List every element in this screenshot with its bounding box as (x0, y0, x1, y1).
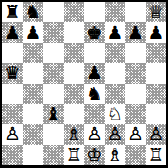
square-d1[interactable]: ♖ (64, 145, 85, 165)
square-e3[interactable] (84, 104, 105, 124)
piece-white-pawn[interactable]: ♙ (127, 125, 143, 143)
piece-white-rook[interactable]: ♖ (66, 145, 82, 163)
square-h6[interactable] (146, 43, 167, 63)
square-g2[interactable]: ♙ (125, 124, 146, 144)
square-b6[interactable] (23, 43, 44, 63)
square-f1[interactable]: ♗ (105, 145, 126, 165)
square-a3[interactable] (2, 104, 23, 124)
square-d8[interactable] (64, 2, 85, 22)
piece-white-queen[interactable]: ♕ (148, 3, 164, 21)
square-e8[interactable] (84, 2, 105, 22)
piece-white-bishop[interactable]: ♗ (107, 145, 123, 163)
square-d5[interactable] (64, 63, 85, 83)
piece-black-king[interactable]: ♚ (86, 23, 102, 41)
square-b8[interactable]: ♞ (23, 2, 44, 22)
square-h7[interactable]: ♟ (146, 22, 167, 42)
square-c6[interactable] (43, 43, 64, 63)
piece-white-pawn[interactable]: ♙ (4, 125, 20, 143)
square-h1[interactable]: ♖ (146, 145, 167, 165)
square-a6[interactable] (2, 43, 23, 63)
square-h5[interactable] (146, 63, 167, 83)
square-c1[interactable] (43, 145, 64, 165)
piece-white-king[interactable]: ♔ (86, 145, 102, 163)
piece-white-pawn[interactable]: ♙ (86, 125, 102, 143)
piece-black-bishop[interactable]: ♝ (45, 105, 61, 123)
square-g4[interactable] (125, 84, 146, 104)
square-a2[interactable]: ♙ (2, 124, 23, 144)
square-a8[interactable]: ♜ (2, 2, 23, 22)
square-h2[interactable]: ♙ (146, 124, 167, 144)
square-e4[interactable]: ♞ (84, 84, 105, 104)
square-f3[interactable]: ♘ (105, 104, 126, 124)
square-g6[interactable] (125, 43, 146, 63)
square-f5[interactable] (105, 63, 126, 83)
square-a1[interactable] (2, 145, 23, 165)
piece-white-rook[interactable]: ♖ (148, 145, 164, 163)
piece-black-pawn[interactable]: ♟ (25, 23, 41, 41)
square-e2[interactable]: ♙ (84, 124, 105, 144)
square-c3[interactable]: ♝ (43, 104, 64, 124)
piece-white-pawn[interactable]: ♙ (148, 125, 164, 143)
square-a4[interactable] (2, 84, 23, 104)
piece-black-knight[interactable]: ♞ (25, 3, 41, 21)
piece-black-pawn[interactable]: ♟ (107, 23, 123, 41)
piece-black-knight[interactable]: ♞ (86, 84, 102, 102)
square-b4[interactable] (23, 84, 44, 104)
piece-black-pawn[interactable]: ♟ (148, 23, 164, 41)
square-b5[interactable] (23, 63, 44, 83)
square-b1[interactable] (23, 145, 44, 165)
square-f8[interactable] (105, 2, 126, 22)
piece-white-knight[interactable]: ♘ (107, 105, 123, 123)
square-g8[interactable] (125, 2, 146, 22)
square-h8[interactable]: ♕ (146, 2, 167, 22)
square-b3[interactable] (23, 104, 44, 124)
square-a5[interactable]: ♛ (2, 63, 23, 83)
square-a7[interactable]: ♟ (2, 22, 23, 42)
square-e5[interactable]: ♟ (84, 63, 105, 83)
square-b2[interactable] (23, 124, 44, 144)
piece-white-bishop[interactable]: ♗ (66, 125, 82, 143)
square-c5[interactable] (43, 63, 64, 83)
square-f4[interactable] (105, 84, 126, 104)
square-e1[interactable]: ♔ (84, 145, 105, 165)
square-d3[interactable] (64, 104, 85, 124)
chess-board: ♜♞♕♟♟♚♟♟♟♛♟♞♝♘♙♗♙♙♙♙♖♔♗♖ (0, 0, 168, 168)
square-f2[interactable]: ♙ (105, 124, 126, 144)
square-c2[interactable] (43, 124, 64, 144)
square-h3[interactable] (146, 104, 167, 124)
square-e6[interactable] (84, 43, 105, 63)
square-d4[interactable] (64, 84, 85, 104)
square-g5[interactable] (125, 63, 146, 83)
square-c8[interactable] (43, 2, 64, 22)
square-d7[interactable] (64, 22, 85, 42)
piece-white-pawn[interactable]: ♙ (107, 125, 123, 143)
square-h4[interactable] (146, 84, 167, 104)
square-d6[interactable] (64, 43, 85, 63)
piece-black-pawn[interactable]: ♟ (4, 23, 20, 41)
square-g1[interactable] (125, 145, 146, 165)
piece-black-queen[interactable]: ♛ (4, 64, 20, 82)
chess-diagram: ♜♞♕♟♟♚♟♟♟♛♟♞♝♘♙♗♙♙♙♙♖♔♗♖ (0, 0, 168, 168)
square-b7[interactable]: ♟ (23, 22, 44, 42)
piece-black-pawn[interactable]: ♟ (86, 64, 102, 82)
square-f6[interactable] (105, 43, 126, 63)
square-g3[interactable] (125, 104, 146, 124)
piece-black-rook[interactable]: ♜ (4, 3, 20, 21)
square-c4[interactable] (43, 84, 64, 104)
square-c7[interactable] (43, 22, 64, 42)
square-g7[interactable]: ♟ (125, 22, 146, 42)
piece-black-pawn[interactable]: ♟ (127, 23, 143, 41)
square-e7[interactable]: ♚ (84, 22, 105, 42)
square-d2[interactable]: ♗ (64, 124, 85, 144)
square-f7[interactable]: ♟ (105, 22, 126, 42)
